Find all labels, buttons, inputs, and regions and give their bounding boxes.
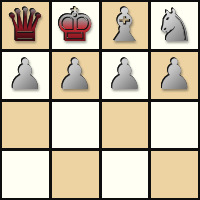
square-d7[interactable]: ♟ (2, 52, 49, 99)
square-g7[interactable]: ♟ (151, 52, 198, 99)
square-d8[interactable]: ♛ (2, 2, 49, 49)
square-d6[interactable] (2, 102, 49, 149)
square-f8[interactable]: ♝ (102, 2, 149, 49)
black-pawn-piece[interactable]: ♟ (7, 54, 45, 96)
black-king-piece[interactable]: ♚ (55, 2, 96, 48)
square-f5[interactable] (102, 151, 149, 198)
square-f7[interactable]: ♟ (102, 52, 149, 99)
square-g6[interactable] (151, 102, 198, 149)
black-queen-piece[interactable]: ♛ (5, 2, 46, 48)
square-e6[interactable] (52, 102, 99, 149)
black-knight-piece[interactable]: ♞ (154, 3, 194, 48)
square-g5[interactable] (151, 151, 198, 198)
square-e8[interactable]: ♚ (52, 2, 99, 49)
square-d5[interactable] (2, 151, 49, 198)
black-pawn-piece[interactable]: ♟ (106, 54, 144, 96)
square-g8[interactable]: ♞ (151, 2, 198, 49)
black-bishop-piece[interactable]: ♝ (104, 2, 145, 48)
chess-board: ♛♚♝♞♟♟♟♟ (0, 0, 200, 200)
square-e7[interactable]: ♟ (52, 52, 99, 99)
square-e5[interactable] (52, 151, 99, 198)
screenshot-root: ♛♚♝♞♟♟♟♟ (0, 0, 200, 200)
black-pawn-piece[interactable]: ♟ (56, 54, 94, 96)
black-pawn-piece[interactable]: ♟ (156, 54, 194, 96)
square-f6[interactable] (102, 102, 149, 149)
